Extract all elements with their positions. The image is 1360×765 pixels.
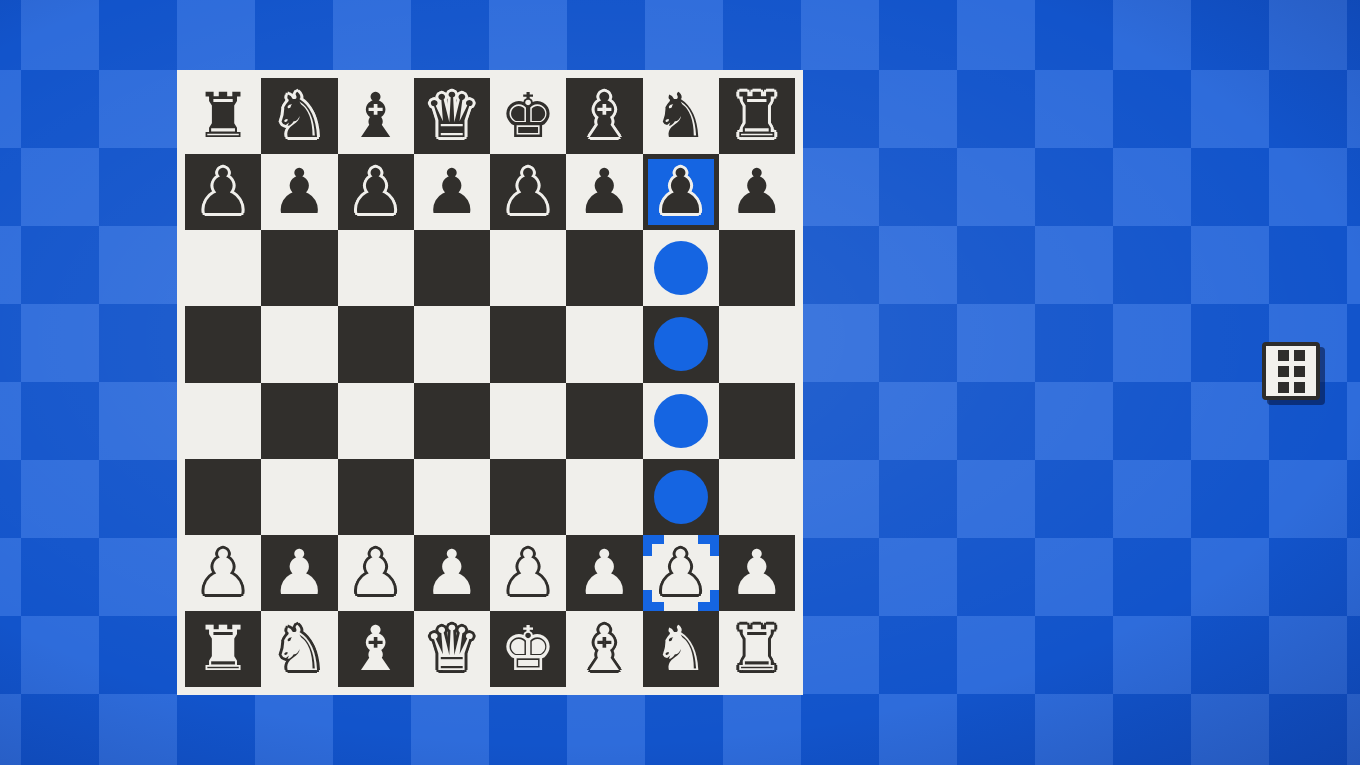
square-g5[interactable]: [643, 306, 719, 382]
move-dot[interactable]: [654, 394, 708, 448]
square-f8[interactable]: ♝: [566, 78, 642, 154]
square-a6[interactable]: [185, 230, 261, 306]
piece-white-pawn[interactable]: ♟: [424, 542, 480, 604]
square-d4[interactable]: [414, 383, 490, 459]
square-a5[interactable]: [185, 306, 261, 382]
square-e5[interactable]: [490, 306, 566, 382]
die-pip: [1278, 366, 1289, 377]
square-h1[interactable]: ♜: [719, 611, 795, 687]
square-a1[interactable]: ♜: [185, 611, 261, 687]
piece-black-knight[interactable]: ♞: [272, 85, 328, 147]
piece-white-rook[interactable]: ♜: [729, 618, 785, 680]
square-f4[interactable]: [566, 383, 642, 459]
square-b7[interactable]: ♟: [261, 154, 337, 230]
square-h6[interactable]: [719, 230, 795, 306]
square-a8[interactable]: ♜: [185, 78, 261, 154]
piece-black-bishop[interactable]: ♝: [577, 85, 633, 147]
square-d8[interactable]: ♛: [414, 78, 490, 154]
piece-white-pawn[interactable]: ♟: [348, 542, 404, 604]
die-pip: [1294, 350, 1305, 361]
square-c6[interactable]: [338, 230, 414, 306]
piece-black-bishop[interactable]: ♝: [348, 85, 404, 147]
square-a2[interactable]: ♟: [185, 535, 261, 611]
square-f7[interactable]: ♟: [566, 154, 642, 230]
piece-white-knight[interactable]: ♞: [653, 618, 709, 680]
square-b4[interactable]: [261, 383, 337, 459]
piece-black-pawn[interactable]: ♟: [577, 161, 633, 223]
square-f2[interactable]: ♟: [566, 535, 642, 611]
square-g2[interactable]: ♟: [643, 535, 719, 611]
square-g6[interactable]: [643, 230, 719, 306]
square-d6[interactable]: [414, 230, 490, 306]
piece-black-pawn[interactable]: ♟: [348, 161, 404, 223]
square-c7[interactable]: ♟: [338, 154, 414, 230]
piece-black-queen[interactable]: ♛: [424, 85, 480, 147]
move-dot[interactable]: [654, 317, 708, 371]
square-e6[interactable]: [490, 230, 566, 306]
square-b8[interactable]: ♞: [261, 78, 337, 154]
piece-white-pawn[interactable]: ♟: [272, 542, 328, 604]
piece-white-pawn[interactable]: ♟: [729, 542, 785, 604]
chess-board: ♜♞♝♛♚♝♞♜♟♟♟♟♟♟♟♟♟♟♟♟♟♟♟♟♜♞♝♛♚♝♞♜: [177, 70, 803, 695]
square-c5[interactable]: [338, 306, 414, 382]
square-d7[interactable]: ♟: [414, 154, 490, 230]
square-a7[interactable]: ♟: [185, 154, 261, 230]
square-h3[interactable]: [719, 459, 795, 535]
piece-white-pawn[interactable]: ♟: [500, 542, 556, 604]
square-g3[interactable]: [643, 459, 719, 535]
piece-black-pawn[interactable]: ♟: [195, 161, 251, 223]
square-e7[interactable]: ♟: [490, 154, 566, 230]
piece-white-bishop[interactable]: ♝: [577, 618, 633, 680]
square-a3[interactable]: [185, 459, 261, 535]
square-e1[interactable]: ♚: [490, 611, 566, 687]
square-f1[interactable]: ♝: [566, 611, 642, 687]
square-h8[interactable]: ♜: [719, 78, 795, 154]
square-g4[interactable]: [643, 383, 719, 459]
piece-black-king[interactable]: ♚: [500, 85, 556, 147]
square-f5[interactable]: [566, 306, 642, 382]
piece-black-pawn[interactable]: ♟: [500, 161, 556, 223]
piece-white-pawn[interactable]: ♟: [653, 542, 709, 604]
square-b6[interactable]: [261, 230, 337, 306]
square-c1[interactable]: ♝: [338, 611, 414, 687]
square-b5[interactable]: [261, 306, 337, 382]
piece-white-bishop[interactable]: ♝: [348, 618, 404, 680]
piece-black-pawn[interactable]: ♟: [424, 161, 480, 223]
square-d2[interactable]: ♟: [414, 535, 490, 611]
square-d3[interactable]: [414, 459, 490, 535]
piece-black-rook[interactable]: ♜: [195, 85, 251, 147]
move-dot[interactable]: [654, 241, 708, 295]
piece-black-pawn[interactable]: ♟: [653, 161, 709, 223]
die-pip: [1278, 350, 1289, 361]
piece-white-king[interactable]: ♚: [500, 618, 556, 680]
dice-button[interactable]: [1262, 342, 1320, 400]
piece-white-rook[interactable]: ♜: [195, 618, 251, 680]
die-pip: [1294, 382, 1305, 393]
square-e2[interactable]: ♟: [490, 535, 566, 611]
square-f6[interactable]: [566, 230, 642, 306]
square-g8[interactable]: ♞: [643, 78, 719, 154]
square-h7[interactable]: ♟: [719, 154, 795, 230]
square-h2[interactable]: ♟: [719, 535, 795, 611]
square-g1[interactable]: ♞: [643, 611, 719, 687]
piece-black-pawn[interactable]: ♟: [729, 161, 785, 223]
square-c3[interactable]: [338, 459, 414, 535]
square-d5[interactable]: [414, 306, 490, 382]
move-dot[interactable]: [654, 470, 708, 524]
piece-white-pawn[interactable]: ♟: [577, 542, 633, 604]
piece-white-queen[interactable]: ♛: [424, 618, 480, 680]
square-f3[interactable]: [566, 459, 642, 535]
die-pip: [1294, 366, 1305, 377]
piece-black-knight[interactable]: ♞: [653, 85, 709, 147]
square-d1[interactable]: ♛: [414, 611, 490, 687]
square-h4[interactable]: [719, 383, 795, 459]
square-e3[interactable]: [490, 459, 566, 535]
square-c4[interactable]: [338, 383, 414, 459]
square-a4[interactable]: [185, 383, 261, 459]
app-background: ♜♞♝♛♚♝♞♜♟♟♟♟♟♟♟♟♟♟♟♟♟♟♟♟♜♞♝♛♚♝♞♜: [0, 0, 1360, 765]
piece-black-rook[interactable]: ♜: [729, 85, 785, 147]
piece-black-pawn[interactable]: ♟: [272, 161, 328, 223]
piece-white-pawn[interactable]: ♟: [195, 542, 251, 604]
square-b2[interactable]: ♟: [261, 535, 337, 611]
square-h5[interactable]: [719, 306, 795, 382]
square-e4[interactable]: [490, 383, 566, 459]
square-c8[interactable]: ♝: [338, 78, 414, 154]
square-b3[interactable]: [261, 459, 337, 535]
square-e8[interactable]: ♚: [490, 78, 566, 154]
square-g7[interactable]: ♟: [643, 154, 719, 230]
piece-white-knight[interactable]: ♞: [272, 618, 328, 680]
square-b1[interactable]: ♞: [261, 611, 337, 687]
die-pip: [1278, 382, 1289, 393]
square-c2[interactable]: ♟: [338, 535, 414, 611]
